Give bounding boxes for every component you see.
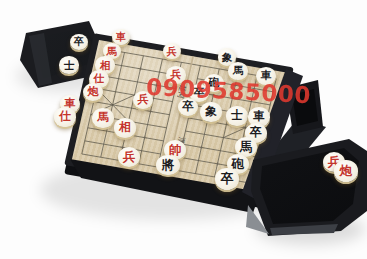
piece-red-炮[interactable]: 炮 bbox=[334, 160, 357, 181]
piece-red-仕[interactable]: 仕 bbox=[54, 107, 75, 126]
piece-black-卒[interactable]: 卒 bbox=[70, 34, 88, 51]
pieces-layer: 車卒馬兵象相士馬兵車仕砲炮卒兵車卒象士仕車馬相卒馬帥兵兵砲將炮卒 bbox=[0, 0, 367, 259]
piece-red-馬[interactable]: 馬 bbox=[92, 108, 113, 127]
product-photo-scene: 楚河 漢界 車卒馬兵象相士馬兵車仕砲炮卒兵車卒象士仕車馬相卒馬帥兵兵砲將炮卒 0… bbox=[0, 0, 367, 259]
piece-black-象[interactable]: 象 bbox=[200, 102, 221, 121]
piece-red-兵[interactable]: 兵 bbox=[163, 43, 182, 60]
piece-black-卒[interactable]: 卒 bbox=[215, 168, 239, 189]
piece-red-炮[interactable]: 炮 bbox=[83, 83, 103, 101]
piece-black-士[interactable]: 士 bbox=[59, 56, 78, 73]
piece-red-兵[interactable]: 兵 bbox=[118, 147, 141, 168]
piece-black-士[interactable]: 士 bbox=[226, 106, 247, 125]
piece-red-相[interactable]: 相 bbox=[114, 118, 136, 138]
piece-black-將[interactable]: 將 bbox=[156, 155, 179, 176]
